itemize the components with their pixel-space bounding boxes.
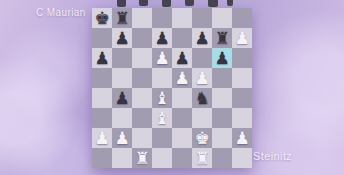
square-e7[interactable] [172,28,192,48]
square-g6[interactable]: ♟ [212,48,232,68]
black-pawn[interactable]: ♟ [192,28,212,48]
black-knight[interactable]: ♞ [192,88,212,108]
square-b2[interactable]: ♟ [112,128,132,148]
square-b8[interactable]: ♜ [112,8,132,28]
square-a1[interactable] [92,148,112,168]
square-d4[interactable]: ♝ [152,88,172,108]
square-a2[interactable]: ♟ [92,128,112,148]
square-a7[interactable] [92,28,112,48]
square-f8[interactable] [192,8,212,28]
square-h7[interactable]: ♟ [232,28,252,48]
square-g1[interactable] [212,148,232,168]
square-e2[interactable] [172,128,192,148]
square-d1[interactable] [152,148,172,168]
square-a5[interactable] [92,68,112,88]
square-c7[interactable] [132,28,152,48]
square-b3[interactable] [112,108,132,128]
cropped-content-blob [117,0,126,7]
cropped-content-blob [185,0,194,6]
square-d6[interactable]: ♟ [152,48,172,68]
square-c5[interactable] [132,68,152,88]
white-king[interactable]: ♚ [192,128,212,148]
square-e5[interactable]: ♟ [172,68,192,88]
white-pawn[interactable]: ♟ [172,68,192,88]
black-pawn[interactable]: ♟ [112,28,132,48]
cropped-content-blob [208,0,218,7]
black-rook[interactable]: ♜ [112,8,132,28]
square-h6[interactable] [232,48,252,68]
square-a6[interactable]: ♟ [92,48,112,68]
player-name-black: C Maurian [36,7,86,18]
white-pawn[interactable]: ♟ [232,28,252,48]
square-b7[interactable]: ♟ [112,28,132,48]
black-rook[interactable]: ♜ [212,28,232,48]
square-e3[interactable] [172,108,192,128]
square-b1[interactable] [112,148,132,168]
square-c8[interactable] [132,8,152,28]
square-f6[interactable] [192,48,212,68]
square-f5[interactable]: ♟ [192,68,212,88]
black-king[interactable]: ♚ [92,8,112,28]
square-d8[interactable] [152,8,172,28]
square-h8[interactable] [232,8,252,28]
square-f7[interactable]: ♟ [192,28,212,48]
square-c6[interactable] [132,48,152,68]
black-pawn[interactable]: ♟ [212,48,232,68]
square-a4[interactable] [92,88,112,108]
square-c3[interactable] [132,108,152,128]
square-g5[interactable] [212,68,232,88]
square-h2[interactable]: ♟ [232,128,252,148]
square-b6[interactable] [112,48,132,68]
square-g3[interactable] [212,108,232,128]
square-b5[interactable] [112,68,132,88]
square-e4[interactable] [172,88,192,108]
square-g8[interactable] [212,8,232,28]
cropped-content-blob [162,0,171,7]
square-d3[interactable]: ♝ [152,108,172,128]
white-pawn[interactable]: ♟ [232,128,252,148]
square-h1[interactable] [232,148,252,168]
white-pawn[interactable]: ♟ [152,48,172,68]
square-c2[interactable] [132,128,152,148]
cropped-content-blob [139,0,148,6]
square-c1[interactable]: ♜ [132,148,152,168]
square-g2[interactable] [212,128,232,148]
square-g4[interactable] [212,88,232,108]
white-pawn[interactable]: ♟ [112,128,132,148]
square-f3[interactable] [192,108,212,128]
square-d2[interactable] [152,128,172,148]
black-pawn[interactable]: ♟ [172,48,192,68]
white-rook[interactable]: ♜ [132,148,152,168]
square-d5[interactable] [152,68,172,88]
square-a3[interactable] [92,108,112,128]
white-bishop[interactable]: ♝ [152,108,172,128]
square-e1[interactable] [172,148,192,168]
square-h4[interactable] [232,88,252,108]
white-pawn[interactable]: ♟ [92,128,112,148]
square-d7[interactable]: ♟ [152,28,172,48]
square-b4[interactable]: ♟ [112,88,132,108]
square-h3[interactable] [232,108,252,128]
square-g7[interactable]: ♜ [212,28,232,48]
white-rook[interactable]: ♜ [192,148,212,168]
white-bishop[interactable]: ♝ [152,88,172,108]
square-a8[interactable]: ♚ [92,8,112,28]
black-pawn[interactable]: ♟ [112,88,132,108]
square-f1[interactable]: ♜ [192,148,212,168]
square-f4[interactable]: ♞ [192,88,212,108]
player-name-white: Steinitz [253,150,292,162]
cropped-content-blob [227,0,233,6]
black-pawn[interactable]: ♟ [92,48,112,68]
chess-board[interactable]: ♚♜♟♟♟♜♟♟♟♟♟♟♟♟♝♞♝♟♟♚♟♜♜ [92,8,252,168]
square-e6[interactable]: ♟ [172,48,192,68]
white-pawn[interactable]: ♟ [192,68,212,88]
black-pawn[interactable]: ♟ [152,28,172,48]
square-e8[interactable] [172,8,192,28]
square-h5[interactable] [232,68,252,88]
square-c4[interactable] [132,88,152,108]
square-f2[interactable]: ♚ [192,128,212,148]
